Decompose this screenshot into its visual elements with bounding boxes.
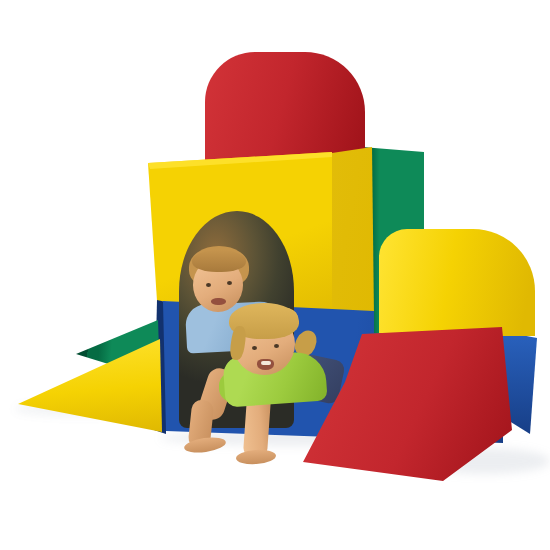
boy-mouth <box>211 298 226 305</box>
girl-teeth <box>261 361 271 365</box>
girl-right-eye <box>274 344 279 348</box>
yellow-arch-block <box>379 229 535 336</box>
girl-left-eye <box>252 346 257 350</box>
red-arch-roof-block <box>205 52 365 166</box>
boy-left-eye <box>206 283 211 287</box>
product-photo-stage <box>0 0 550 550</box>
boy-bangs <box>192 250 246 272</box>
boy-right-eye <box>227 281 232 285</box>
girl-left-hand <box>236 449 277 466</box>
